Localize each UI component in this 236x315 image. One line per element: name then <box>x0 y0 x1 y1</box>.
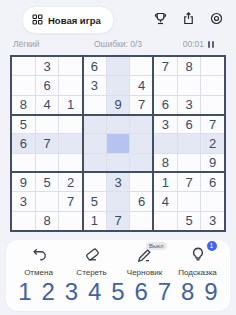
erase-label: Стереть <box>76 268 106 277</box>
numpad-key-1[interactable]: 1 <box>14 278 36 306</box>
cell-r7c5[interactable]: 3 <box>107 173 130 191</box>
numpad-key-3[interactable]: 3 <box>61 278 83 306</box>
number-pad: 123456789 <box>14 277 222 307</box>
cell-r2c9[interactable] <box>201 76 224 94</box>
cell-r7c4[interactable] <box>83 173 106 191</box>
hint-button[interactable]: 1 Подсказка <box>172 246 224 277</box>
cell-r8c9[interactable] <box>201 192 224 210</box>
cell-r4c9[interactable]: 7 <box>201 115 224 133</box>
erase-button[interactable]: Стереть <box>66 246 118 277</box>
cell-r9c3[interactable] <box>59 212 82 230</box>
sudoku-app: Новая игра <box>0 0 236 315</box>
cell-r3c5[interactable]: 9 <box>107 96 130 114</box>
status-row: Лёгкий Ошибки: 0/3 00:01 <box>10 37 226 51</box>
cell-r6c8[interactable] <box>178 154 201 172</box>
cell-r7c3[interactable]: 2 <box>59 173 82 191</box>
cell-r8c1[interactable]: 3 <box>12 192 35 210</box>
eraser-icon <box>83 246 101 266</box>
cell-r4c3[interactable] <box>59 115 82 133</box>
cell-r8c3[interactable]: 7 <box>59 192 82 210</box>
cell-r3c8[interactable]: 3 <box>178 96 201 114</box>
cell-r4c6[interactable] <box>130 115 153 133</box>
hint-label: Подсказка <box>178 268 217 277</box>
cell-r2c3[interactable] <box>59 76 82 94</box>
cell-r8c4[interactable]: 5 <box>83 192 106 210</box>
cell-r5c9[interactable]: 2 <box>201 134 224 152</box>
cell-r5c1[interactable]: 6 <box>12 134 35 152</box>
cell-r4c7[interactable]: 3 <box>154 115 177 133</box>
cell-r9c5[interactable]: 7 <box>107 212 130 230</box>
control-panel: Отмена Стереть Выкл <box>6 240 230 311</box>
cell-r5c3[interactable] <box>59 134 82 152</box>
numpad-key-4[interactable]: 4 <box>84 278 106 306</box>
numpad-key-2[interactable]: 2 <box>37 278 59 306</box>
cell-r2c2[interactable]: 6 <box>36 76 59 94</box>
sudoku-grid[interactable]: 3678634841976353676728995231763756481753 <box>12 57 224 230</box>
cell-r3c9[interactable] <box>201 96 224 114</box>
cell-r5c8[interactable] <box>178 134 201 152</box>
numpad-key-9[interactable]: 9 <box>200 278 222 306</box>
cell-r7c7[interactable]: 1 <box>154 173 177 191</box>
cell-r6c9[interactable]: 9 <box>201 154 224 172</box>
cell-r1c4[interactable]: 6 <box>83 57 106 75</box>
numpad-key-8[interactable]: 8 <box>177 278 199 306</box>
numpad-key-5[interactable]: 5 <box>107 278 129 306</box>
cell-r1c6[interactable] <box>130 57 153 75</box>
cell-r7c8[interactable]: 7 <box>178 173 201 191</box>
cell-r1c2[interactable]: 3 <box>36 57 59 75</box>
cell-r2c8[interactable] <box>178 76 201 94</box>
cell-r1c7[interactable]: 7 <box>154 57 177 75</box>
cell-r6c6[interactable] <box>130 154 153 172</box>
new-game-label: Новая игра <box>48 15 101 26</box>
settings-icon[interactable] <box>209 11 224 30</box>
header-icons <box>153 11 224 30</box>
cell-r1c3[interactable] <box>59 57 82 75</box>
cell-r5c7[interactable] <box>154 134 177 152</box>
draft-button[interactable]: Выкл Черновик <box>119 246 171 277</box>
draft-label: Черновик <box>127 268 162 277</box>
cell-r3c3[interactable]: 1 <box>59 96 82 114</box>
cell-r9c6[interactable] <box>130 212 153 230</box>
cell-r4c2[interactable] <box>36 115 59 133</box>
draft-off-badge: Выкл <box>146 242 167 250</box>
cell-r1c8[interactable]: 8 <box>178 57 201 75</box>
share-icon[interactable] <box>181 11 196 30</box>
hint-count-badge: 1 <box>207 241 217 251</box>
cell-r8c7[interactable]: 4 <box>154 192 177 210</box>
toolbar: Отмена Стереть Выкл <box>12 246 224 280</box>
cell-r3c6[interactable]: 7 <box>130 96 153 114</box>
cell-r6c1[interactable] <box>12 154 35 172</box>
cell-r2c7[interactable] <box>154 76 177 94</box>
cell-r6c4[interactable] <box>83 154 106 172</box>
undo-button[interactable]: Отмена <box>13 246 65 277</box>
cell-r7c6[interactable] <box>130 173 153 191</box>
cell-r8c2[interactable] <box>36 192 59 210</box>
grid-squares-icon <box>32 11 43 29</box>
cell-r9c1[interactable] <box>12 212 35 230</box>
cell-r8c5[interactable] <box>107 192 130 210</box>
numpad-key-6[interactable]: 6 <box>130 278 152 306</box>
lightbulb-icon <box>189 246 207 266</box>
cell-r6c2[interactable] <box>36 154 59 172</box>
cell-r5c6[interactable] <box>130 134 153 152</box>
cell-r4c8[interactable]: 6 <box>178 115 201 133</box>
cell-r1c1[interactable] <box>12 57 35 75</box>
cell-r6c3[interactable] <box>59 154 82 172</box>
pause-icon[interactable] <box>208 41 214 48</box>
cell-r8c8[interactable] <box>178 192 201 210</box>
cell-r3c1[interactable]: 8 <box>12 96 35 114</box>
cell-r3c2[interactable]: 4 <box>36 96 59 114</box>
cell-r5c4[interactable] <box>83 134 106 152</box>
cell-r7c1[interactable]: 9 <box>12 173 35 191</box>
cell-r6c5[interactable] <box>107 154 130 172</box>
undo-icon <box>30 246 48 266</box>
trophy-icon[interactable] <box>153 11 168 30</box>
cell-r8c6[interactable]: 6 <box>130 192 153 210</box>
new-game-button[interactable]: Новая игра <box>22 6 114 34</box>
numpad-key-7[interactable]: 7 <box>154 278 176 306</box>
cell-r5c2[interactable]: 7 <box>36 134 59 152</box>
cell-r3c7[interactable]: 6 <box>154 96 177 114</box>
sudoku-board: 3678634841976353676728995231763756481753 <box>10 55 226 232</box>
cell-r5c5[interactable] <box>107 134 130 152</box>
timer: 00:01 <box>183 39 214 49</box>
cell-r9c2[interactable]: 8 <box>36 212 59 230</box>
timer-value: 00:01 <box>183 39 204 49</box>
header: Новая игра <box>0 7 236 33</box>
cell-r3c4[interactable] <box>83 96 106 114</box>
cell-r4c5[interactable] <box>107 115 130 133</box>
cell-r1c9[interactable] <box>201 57 224 75</box>
cell-r7c9[interactable]: 6 <box>201 173 224 191</box>
cell-r9c7[interactable] <box>154 212 177 230</box>
cell-r4c1[interactable]: 5 <box>12 115 35 133</box>
cell-r2c5[interactable] <box>107 76 130 94</box>
cell-r4c4[interactable] <box>83 115 106 133</box>
cell-r9c4[interactable]: 1 <box>83 212 106 230</box>
cell-r9c8[interactable]: 5 <box>178 212 201 230</box>
cell-r9c9[interactable]: 3 <box>201 212 224 230</box>
cell-r7c2[interactable]: 5 <box>36 173 59 191</box>
cell-r2c4[interactable]: 3 <box>83 76 106 94</box>
cell-r2c1[interactable] <box>12 76 35 94</box>
cell-r6c7[interactable]: 8 <box>154 154 177 172</box>
cell-r2c6[interactable]: 4 <box>130 76 153 94</box>
undo-label: Отмена <box>24 268 53 277</box>
cell-r1c5[interactable] <box>107 57 130 75</box>
